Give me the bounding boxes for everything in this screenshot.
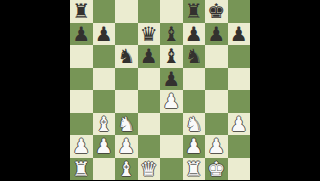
square-d5[interactable] — [138, 68, 161, 91]
chess-app-stage: ♜♜♚♟♟♛♝♟♟♟♞♟♝♞♟♟♝♞♞♟♟♟♟♟♟♜♝♛♜♚ — [0, 0, 320, 180]
piece-white-bishop-c1[interactable]: ♝ — [117, 158, 135, 180]
square-g3[interactable] — [205, 113, 228, 136]
piece-white-pawn-g2[interactable]: ♟ — [207, 135, 225, 157]
piece-white-king-g1[interactable]: ♚ — [207, 158, 225, 180]
square-a6[interactable] — [70, 45, 93, 68]
square-b1[interactable] — [93, 158, 116, 181]
piece-black-pawn-g7[interactable]: ♟ — [207, 23, 225, 45]
square-g7[interactable]: ♟ — [205, 23, 228, 46]
square-c6[interactable]: ♞ — [115, 45, 138, 68]
square-d7[interactable]: ♛ — [138, 23, 161, 46]
piece-black-king-g8[interactable]: ♚ — [207, 0, 225, 22]
square-e7[interactable]: ♝ — [160, 23, 183, 46]
piece-white-rook-a1[interactable]: ♜ — [72, 158, 90, 180]
square-e4[interactable]: ♟ — [160, 90, 183, 113]
piece-white-knight-f3[interactable]: ♞ — [185, 113, 203, 135]
piece-black-rook-a8[interactable]: ♜ — [72, 0, 90, 22]
square-a5[interactable] — [70, 68, 93, 91]
piece-black-pawn-e5[interactable]: ♟ — [162, 68, 180, 90]
square-g8[interactable]: ♚ — [205, 0, 228, 23]
piece-black-rook-f8[interactable]: ♜ — [185, 0, 203, 22]
square-h6[interactable] — [228, 45, 251, 68]
piece-white-pawn-h3[interactable]: ♟ — [230, 113, 248, 135]
square-b2[interactable]: ♟ — [93, 135, 116, 158]
square-f5[interactable] — [183, 68, 206, 91]
square-d4[interactable] — [138, 90, 161, 113]
square-h4[interactable] — [228, 90, 251, 113]
letterbox-left — [0, 0, 70, 180]
piece-black-knight-f6[interactable]: ♞ — [185, 45, 203, 67]
square-d2[interactable] — [138, 135, 161, 158]
square-e3[interactable] — [160, 113, 183, 136]
letterbox-right — [250, 0, 320, 180]
square-b5[interactable] — [93, 68, 116, 91]
square-e6[interactable]: ♝ — [160, 45, 183, 68]
piece-white-pawn-c2[interactable]: ♟ — [117, 135, 135, 157]
square-a2[interactable]: ♟ — [70, 135, 93, 158]
piece-black-pawn-f7[interactable]: ♟ — [185, 23, 203, 45]
square-f3[interactable]: ♞ — [183, 113, 206, 136]
square-d6[interactable]: ♟ — [138, 45, 161, 68]
square-d3[interactable] — [138, 113, 161, 136]
piece-white-rook-f1[interactable]: ♜ — [185, 158, 203, 180]
square-a7[interactable]: ♟ — [70, 23, 93, 46]
piece-black-knight-c6[interactable]: ♞ — [117, 45, 135, 67]
square-f4[interactable] — [183, 90, 206, 113]
square-a8[interactable]: ♜ — [70, 0, 93, 23]
square-e2[interactable] — [160, 135, 183, 158]
piece-white-pawn-e4[interactable]: ♟ — [162, 90, 180, 112]
square-d8[interactable] — [138, 0, 161, 23]
square-b7[interactable]: ♟ — [93, 23, 116, 46]
square-a1[interactable]: ♜ — [70, 158, 93, 181]
square-b8[interactable] — [93, 0, 116, 23]
square-g2[interactable]: ♟ — [205, 135, 228, 158]
square-b4[interactable] — [93, 90, 116, 113]
square-h7[interactable]: ♟ — [228, 23, 251, 46]
square-c8[interactable] — [115, 0, 138, 23]
square-c7[interactable] — [115, 23, 138, 46]
square-h5[interactable] — [228, 68, 251, 91]
piece-black-pawn-a7[interactable]: ♟ — [72, 23, 90, 45]
piece-white-knight-c3[interactable]: ♞ — [117, 113, 135, 135]
piece-black-pawn-b7[interactable]: ♟ — [95, 23, 113, 45]
piece-white-queen-d1[interactable]: ♛ — [140, 158, 158, 180]
piece-black-pawn-h7[interactable]: ♟ — [230, 23, 248, 45]
square-b3[interactable]: ♝ — [93, 113, 116, 136]
square-h2[interactable] — [228, 135, 251, 158]
square-g4[interactable] — [205, 90, 228, 113]
square-g5[interactable] — [205, 68, 228, 91]
square-f8[interactable]: ♜ — [183, 0, 206, 23]
piece-black-bishop-e6[interactable]: ♝ — [162, 45, 180, 67]
piece-black-pawn-d6[interactable]: ♟ — [140, 45, 158, 67]
square-f1[interactable]: ♜ — [183, 158, 206, 181]
piece-white-pawn-b2[interactable]: ♟ — [95, 135, 113, 157]
square-a4[interactable] — [70, 90, 93, 113]
square-c5[interactable] — [115, 68, 138, 91]
square-c2[interactable]: ♟ — [115, 135, 138, 158]
square-g1[interactable]: ♚ — [205, 158, 228, 181]
square-h8[interactable] — [228, 0, 251, 23]
square-h1[interactable] — [228, 158, 251, 181]
piece-black-bishop-e7[interactable]: ♝ — [162, 23, 180, 45]
square-e8[interactable] — [160, 0, 183, 23]
square-b6[interactable] — [93, 45, 116, 68]
square-c4[interactable] — [115, 90, 138, 113]
piece-white-bishop-b3[interactable]: ♝ — [95, 113, 113, 135]
piece-white-pawn-a2[interactable]: ♟ — [72, 135, 90, 157]
square-h3[interactable]: ♟ — [228, 113, 251, 136]
square-e1[interactable] — [160, 158, 183, 181]
square-f6[interactable]: ♞ — [183, 45, 206, 68]
square-a3[interactable] — [70, 113, 93, 136]
chess-board: ♜♜♚♟♟♛♝♟♟♟♞♟♝♞♟♟♝♞♞♟♟♟♟♟♟♜♝♛♜♚ — [70, 0, 250, 180]
square-g6[interactable] — [205, 45, 228, 68]
square-c1[interactable]: ♝ — [115, 158, 138, 181]
square-e5[interactable]: ♟ — [160, 68, 183, 91]
square-f2[interactable]: ♟ — [183, 135, 206, 158]
square-c3[interactable]: ♞ — [115, 113, 138, 136]
piece-black-queen-d7[interactable]: ♛ — [140, 23, 158, 45]
square-d1[interactable]: ♛ — [138, 158, 161, 181]
piece-white-pawn-f2[interactable]: ♟ — [185, 135, 203, 157]
square-f7[interactable]: ♟ — [183, 23, 206, 46]
